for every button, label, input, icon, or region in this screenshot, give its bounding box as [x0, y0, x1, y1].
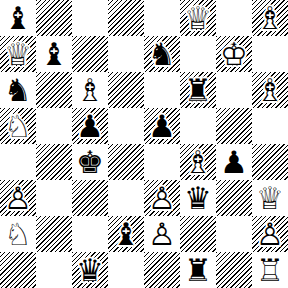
- square-e4[interactable]: [144, 144, 180, 180]
- square-h2[interactable]: ♟♙: [252, 216, 288, 252]
- square-c8[interactable]: [72, 0, 108, 36]
- square-a8[interactable]: ♝♝: [0, 0, 36, 36]
- square-f5[interactable]: [180, 108, 216, 144]
- piece-black-rook[interactable]: ♜♜: [180, 252, 216, 288]
- square-a6[interactable]: ♞♞: [0, 72, 36, 108]
- piece-glyph: ♙: [252, 216, 288, 252]
- square-b4[interactable]: [36, 144, 72, 180]
- square-b3[interactable]: [36, 180, 72, 216]
- piece-glyph: ♞: [0, 72, 36, 108]
- square-f3[interactable]: ♛♛: [180, 180, 216, 216]
- square-a5[interactable]: ♞♘: [0, 108, 36, 144]
- piece-black-pawn[interactable]: ♟♟: [144, 108, 180, 144]
- square-h4[interactable]: [252, 144, 288, 180]
- square-e1[interactable]: [144, 252, 180, 288]
- piece-white-queen[interactable]: ♛♕: [0, 36, 36, 72]
- square-c5[interactable]: ♟♟: [72, 108, 108, 144]
- piece-glyph: ♖: [252, 252, 288, 288]
- square-d3[interactable]: [108, 180, 144, 216]
- chess-board: ♝♝♛♕♝♗♛♕♝♝♞♞♚♔♞♞♝♗♜♜♝♗♞♘♟♟♟♟♚♚♝♗♟♟♟♙♟♙♛♛…: [0, 0, 288, 288]
- square-d1[interactable]: [108, 252, 144, 288]
- piece-black-queen[interactable]: ♛♛: [180, 180, 216, 216]
- piece-glyph: ♙: [0, 180, 36, 216]
- square-h1[interactable]: ♜♖: [252, 252, 288, 288]
- piece-black-king[interactable]: ♚♚: [72, 144, 108, 180]
- piece-glyph: ♜: [180, 252, 216, 288]
- square-a2[interactable]: ♞♘: [0, 216, 36, 252]
- piece-white-pawn[interactable]: ♟♙: [144, 216, 180, 252]
- square-g2[interactable]: [216, 216, 252, 252]
- piece-black-bishop[interactable]: ♝♝: [0, 0, 36, 36]
- piece-white-bishop[interactable]: ♝♗: [180, 144, 216, 180]
- piece-white-pawn[interactable]: ♟♙: [144, 180, 180, 216]
- piece-glyph: ♗: [180, 144, 216, 180]
- piece-glyph: ♘: [0, 108, 36, 144]
- piece-white-pawn[interactable]: ♟♙: [252, 216, 288, 252]
- piece-white-bishop[interactable]: ♝♗: [252, 72, 288, 108]
- square-a7[interactable]: ♛♕: [0, 36, 36, 72]
- square-h5[interactable]: [252, 108, 288, 144]
- square-d7[interactable]: [108, 36, 144, 72]
- piece-white-king[interactable]: ♚♔: [216, 36, 252, 72]
- square-a1[interactable]: [0, 252, 36, 288]
- square-d8[interactable]: [108, 0, 144, 36]
- square-a3[interactable]: ♟♙: [0, 180, 36, 216]
- square-e8[interactable]: [144, 0, 180, 36]
- square-e2[interactable]: ♟♙: [144, 216, 180, 252]
- piece-glyph: ♗: [72, 72, 108, 108]
- piece-glyph: ♝: [36, 36, 72, 72]
- square-c3[interactable]: [72, 180, 108, 216]
- piece-glyph: ♔: [216, 36, 252, 72]
- piece-black-knight[interactable]: ♞♞: [0, 72, 36, 108]
- square-d6[interactable]: [108, 72, 144, 108]
- piece-glyph: ♛: [180, 180, 216, 216]
- square-f1[interactable]: ♜♜: [180, 252, 216, 288]
- piece-white-queen[interactable]: ♛♕: [180, 0, 216, 36]
- square-g4[interactable]: ♟♟: [216, 144, 252, 180]
- square-b8[interactable]: [36, 0, 72, 36]
- square-e3[interactable]: ♟♙: [144, 180, 180, 216]
- square-h7[interactable]: [252, 36, 288, 72]
- piece-glyph: ♕: [252, 180, 288, 216]
- square-g5[interactable]: [216, 108, 252, 144]
- square-c4[interactable]: ♚♚: [72, 144, 108, 180]
- piece-glyph: ♝: [108, 216, 144, 252]
- piece-black-bishop[interactable]: ♝♝: [36, 36, 72, 72]
- square-d5[interactable]: [108, 108, 144, 144]
- square-b2[interactable]: [36, 216, 72, 252]
- piece-glyph: ♝: [0, 0, 36, 36]
- piece-black-bishop[interactable]: ♝♝: [108, 216, 144, 252]
- piece-black-pawn[interactable]: ♟♟: [72, 108, 108, 144]
- square-e7[interactable]: ♞♞: [144, 36, 180, 72]
- piece-black-knight[interactable]: ♞♞: [144, 36, 180, 72]
- piece-glyph: ♙: [144, 216, 180, 252]
- square-f4[interactable]: ♝♗: [180, 144, 216, 180]
- square-c6[interactable]: ♝♗: [72, 72, 108, 108]
- square-f8[interactable]: ♛♕: [180, 0, 216, 36]
- square-b7[interactable]: ♝♝: [36, 36, 72, 72]
- piece-glyph: ♟: [216, 144, 252, 180]
- square-c2[interactable]: [72, 216, 108, 252]
- piece-glyph: ♙: [144, 180, 180, 216]
- square-e5[interactable]: ♟♟: [144, 108, 180, 144]
- piece-glyph: ♜: [180, 72, 216, 108]
- square-f6[interactable]: ♜♜: [180, 72, 216, 108]
- square-b5[interactable]: [36, 108, 72, 144]
- piece-glyph: ♗: [252, 0, 288, 36]
- piece-white-knight[interactable]: ♞♘: [0, 108, 36, 144]
- square-h6[interactable]: ♝♗: [252, 72, 288, 108]
- piece-glyph: ♟: [144, 108, 180, 144]
- square-h8[interactable]: ♝♗: [252, 0, 288, 36]
- square-d4[interactable]: [108, 144, 144, 180]
- square-h3[interactable]: ♛♕: [252, 180, 288, 216]
- piece-glyph: ♛: [72, 252, 108, 288]
- square-g3[interactable]: [216, 180, 252, 216]
- square-g7[interactable]: ♚♔: [216, 36, 252, 72]
- square-d2[interactable]: ♝♝: [108, 216, 144, 252]
- piece-white-bishop[interactable]: ♝♗: [252, 0, 288, 36]
- piece-glyph: ♗: [252, 72, 288, 108]
- piece-white-pawn[interactable]: ♟♙: [0, 180, 36, 216]
- square-g1[interactable]: [216, 252, 252, 288]
- square-f2[interactable]: [180, 216, 216, 252]
- square-g8[interactable]: [216, 0, 252, 36]
- piece-white-queen[interactable]: ♛♕: [252, 180, 288, 216]
- square-c1[interactable]: ♛♛: [72, 252, 108, 288]
- square-a4[interactable]: [0, 144, 36, 180]
- piece-white-bishop[interactable]: ♝♗: [72, 72, 108, 108]
- piece-white-knight[interactable]: ♞♘: [0, 216, 36, 252]
- piece-glyph: ♞: [144, 36, 180, 72]
- piece-black-pawn[interactable]: ♟♟: [216, 144, 252, 180]
- piece-black-rook[interactable]: ♜♜: [180, 72, 216, 108]
- piece-black-queen[interactable]: ♛♛: [72, 252, 108, 288]
- piece-glyph: ♕: [180, 0, 216, 36]
- piece-glyph: ♘: [0, 216, 36, 252]
- piece-glyph: ♟: [72, 108, 108, 144]
- piece-white-rook[interactable]: ♜♖: [252, 252, 288, 288]
- square-b1[interactable]: [36, 252, 72, 288]
- piece-glyph: ♕: [0, 36, 36, 72]
- square-f7[interactable]: [180, 36, 216, 72]
- square-g6[interactable]: [216, 72, 252, 108]
- square-e6[interactable]: [144, 72, 180, 108]
- square-c7[interactable]: [72, 36, 108, 72]
- square-b6[interactable]: [36, 72, 72, 108]
- piece-glyph: ♚: [72, 144, 108, 180]
